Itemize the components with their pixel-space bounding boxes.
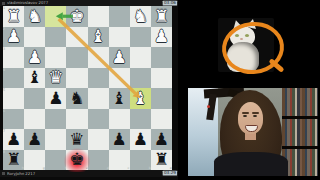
white-king-e1[interactable]: ♚ — [69, 8, 84, 25]
black-pawn-b7[interactable]: ♟ — [133, 131, 148, 148]
square-d1[interactable] — [88, 6, 109, 27]
rank-label: 8 — [3, 150, 5, 153]
square-f6[interactable] — [45, 109, 66, 130]
square-h7[interactable]: 7♟ — [3, 129, 24, 150]
square-f4[interactable]: ♛ — [45, 68, 66, 89]
square-e1[interactable]: ♚ — [66, 6, 87, 27]
white-rook-h1[interactable]: ♜ — [6, 8, 21, 25]
square-a8[interactable]: a♜ — [151, 150, 172, 171]
square-g1[interactable]: ♞ — [24, 6, 45, 27]
square-b3[interactable] — [130, 47, 151, 68]
square-c3[interactable]: ♟ — [109, 47, 130, 68]
square-f2[interactable] — [45, 27, 66, 48]
white-bishop-d2[interactable]: ♝ — [90, 28, 105, 45]
white-queen-f4[interactable]: ♛ — [48, 69, 63, 86]
square-c4[interactable] — [109, 68, 130, 89]
white-knight-g1[interactable]: ♞ — [27, 8, 42, 25]
square-c5[interactable]: ♝ — [109, 88, 130, 109]
square-a7[interactable]: ♟ — [151, 129, 172, 150]
stream-layout: vladimiroslavov 2077 03:06 1♜♞♚♞♜2♟♝♟3♟♟… — [0, 0, 320, 180]
white-pawn-g3[interactable]: ♟ — [27, 49, 42, 66]
square-d6[interactable] — [88, 109, 109, 130]
file-label: b — [149, 167, 151, 170]
stream-right-panel — [178, 0, 320, 180]
square-g6[interactable] — [24, 109, 45, 130]
square-b8[interactable]: b — [130, 150, 151, 171]
square-c6[interactable] — [109, 109, 130, 130]
streamer-eyebrow — [252, 112, 259, 114]
streamer-eye — [243, 115, 247, 117]
square-f7[interactable] — [45, 129, 66, 150]
square-d7[interactable] — [88, 129, 109, 150]
square-e8[interactable]: e♚ — [66, 150, 87, 171]
square-b2[interactable] — [130, 27, 151, 48]
streamer-shirt — [214, 152, 288, 176]
top-clock: 03:06 — [162, 0, 177, 5]
file-label: a — [170, 167, 172, 170]
rank-label: 3 — [3, 47, 5, 50]
square-h2[interactable]: 2♟ — [3, 27, 24, 48]
square-b6[interactable] — [130, 109, 151, 130]
rank-label: 6 — [3, 109, 5, 112]
square-a5[interactable] — [151, 88, 172, 109]
square-e4[interactable] — [66, 68, 87, 89]
black-knight-e5[interactable]: ♞ — [69, 90, 84, 107]
square-b1[interactable]: ♞ — [130, 6, 151, 27]
square-g4[interactable]: ♝ — [24, 68, 45, 89]
square-b5[interactable]: ♝ — [130, 88, 151, 109]
square-c8[interactable]: c — [109, 150, 130, 171]
black-bishop-c5[interactable]: ♝ — [112, 90, 127, 107]
square-e3[interactable] — [66, 47, 87, 68]
rank-label: 1 — [3, 6, 5, 9]
black-pawn-f5[interactable]: ♟ — [48, 90, 63, 107]
square-h4[interactable]: 4 — [3, 68, 24, 89]
square-g3[interactable]: ♟ — [24, 47, 45, 68]
rank-label: 4 — [3, 68, 5, 71]
rank-label: 2 — [3, 27, 5, 30]
square-a6[interactable] — [151, 109, 172, 130]
square-c1[interactable] — [109, 6, 130, 27]
square-g2[interactable] — [24, 27, 45, 48]
file-label: e — [85, 167, 87, 170]
square-f8[interactable]: f — [45, 150, 66, 171]
square-a1[interactable]: ♜ — [151, 6, 172, 27]
shelf-edge — [282, 146, 318, 149]
rank-label: 5 — [3, 88, 5, 91]
black-rook-a8[interactable]: ♜ — [154, 151, 169, 168]
square-d5[interactable] — [88, 88, 109, 109]
square-c7[interactable]: ♟ — [109, 129, 130, 150]
top-bar-icon — [2, 2, 5, 5]
black-pawn-a7[interactable]: ♟ — [154, 131, 169, 148]
white-pawn-h2[interactable]: ♟ — [6, 28, 21, 45]
square-f5[interactable]: ♟ — [45, 88, 66, 109]
black-king-e8[interactable]: ♚ — [69, 151, 84, 168]
square-e5[interactable]: ♞ — [66, 88, 87, 109]
square-d2[interactable]: ♝ — [88, 27, 109, 48]
square-f3[interactable] — [45, 47, 66, 68]
shelf-edge — [282, 116, 318, 119]
file-label: h — [22, 167, 24, 170]
square-h3[interactable]: 3 — [3, 47, 24, 68]
streamer-eyebrow — [242, 112, 249, 114]
black-queen-e7[interactable]: ♛ — [69, 131, 84, 148]
rank-label: 7 — [3, 129, 5, 132]
square-h1[interactable]: 1♜ — [3, 6, 24, 27]
square-b7[interactable]: ♟ — [130, 129, 151, 150]
white-pawn-a2[interactable]: ♟ — [154, 28, 169, 45]
white-pawn-c3[interactable]: ♟ — [112, 49, 127, 66]
white-bishop-b5[interactable]: ♝ — [133, 90, 148, 107]
square-g5[interactable] — [24, 88, 45, 109]
black-rook-h8[interactable]: ♜ — [6, 151, 21, 168]
black-bishop-g4[interactable]: ♝ — [27, 69, 42, 86]
channel-logo — [212, 14, 288, 74]
file-label: d — [107, 167, 109, 170]
chess-app-window: vladimiroslavov 2077 03:06 1♜♞♚♞♜2♟♝♟3♟♟… — [0, 0, 178, 180]
bottom-bar-icon — [2, 172, 5, 175]
square-a2[interactable]: ♟ — [151, 27, 172, 48]
red-alarm-dot — [207, 105, 210, 108]
square-h6[interactable]: 6 — [3, 109, 24, 130]
square-e2[interactable] — [66, 27, 87, 48]
webcam-view — [188, 88, 318, 176]
white-rook-a1[interactable]: ♜ — [154, 8, 169, 25]
white-knight-b1[interactable]: ♞ — [133, 8, 148, 25]
square-d4[interactable] — [88, 68, 109, 89]
chess-board[interactable]: 1♜♞♚♞♜2♟♝♟3♟♟4♝♛5♟♞♝♝67♟♟♛♟♟♟8h♜gfe♚dcba… — [3, 6, 172, 170]
square-e7[interactable]: ♛ — [66, 129, 87, 150]
black-pawn-c7[interactable]: ♟ — [112, 131, 127, 148]
square-d3[interactable] — [88, 47, 109, 68]
square-a3[interactable] — [151, 47, 172, 68]
square-a4[interactable] — [151, 68, 172, 89]
square-h8[interactable]: 8h♜ — [3, 150, 24, 171]
square-d8[interactable]: d — [88, 150, 109, 171]
square-g8[interactable]: g — [24, 150, 45, 171]
square-f1[interactable] — [45, 6, 66, 27]
streamer-eye — [253, 115, 257, 117]
square-g7[interactable]: ♟ — [24, 129, 45, 150]
black-pawn-h7[interactable]: ♟ — [6, 131, 21, 148]
square-b4[interactable] — [130, 68, 151, 89]
square-h5[interactable]: 5 — [3, 88, 24, 109]
square-c2[interactable] — [109, 27, 130, 48]
top-player-name: vladimiroslavov 2077 — [7, 1, 86, 5]
square-e6[interactable] — [66, 109, 87, 130]
black-pawn-g7[interactable]: ♟ — [27, 131, 42, 148]
bottom-clock: 03:29 — [162, 171, 177, 176]
